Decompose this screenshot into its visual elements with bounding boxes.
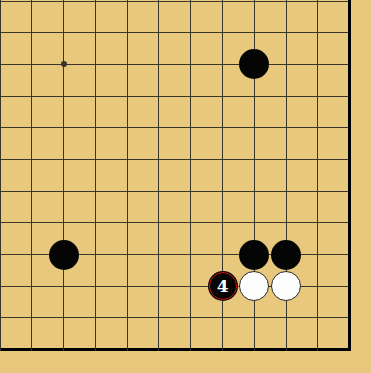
intersection[interactable] bbox=[143, 112, 175, 144]
black-stone[interactable] bbox=[271, 240, 301, 270]
intersection[interactable] bbox=[111, 80, 143, 112]
intersection[interactable] bbox=[48, 144, 80, 176]
intersection[interactable] bbox=[302, 334, 334, 366]
intersection[interactable] bbox=[16, 207, 48, 239]
intersection[interactable] bbox=[302, 207, 334, 239]
intersection[interactable] bbox=[111, 0, 143, 17]
intersection[interactable] bbox=[270, 207, 302, 239]
intersection[interactable] bbox=[16, 239, 48, 271]
intersection[interactable] bbox=[48, 334, 80, 366]
intersection[interactable] bbox=[302, 0, 334, 17]
intersection[interactable] bbox=[80, 239, 112, 271]
intersection[interactable] bbox=[207, 302, 239, 334]
intersection[interactable] bbox=[270, 112, 302, 144]
intersection[interactable] bbox=[334, 334, 366, 366]
intersection[interactable] bbox=[111, 49, 143, 81]
intersection[interactable] bbox=[175, 239, 207, 271]
intersection[interactable] bbox=[334, 112, 366, 144]
intersection[interactable] bbox=[80, 80, 112, 112]
intersection[interactable] bbox=[80, 334, 112, 366]
intersection[interactable] bbox=[0, 239, 16, 271]
intersection[interactable] bbox=[80, 144, 112, 176]
intersection[interactable] bbox=[175, 49, 207, 81]
intersection[interactable] bbox=[238, 112, 270, 144]
intersection[interactable] bbox=[238, 207, 270, 239]
intersection[interactable] bbox=[302, 49, 334, 81]
intersection[interactable] bbox=[111, 270, 143, 302]
intersection[interactable] bbox=[111, 239, 143, 271]
intersection[interactable] bbox=[111, 334, 143, 366]
intersection[interactable] bbox=[270, 239, 302, 271]
intersection[interactable] bbox=[16, 112, 48, 144]
intersection[interactable] bbox=[16, 17, 48, 49]
intersection[interactable] bbox=[238, 80, 270, 112]
intersection[interactable] bbox=[111, 112, 143, 144]
intersection[interactable] bbox=[0, 0, 16, 17]
intersection[interactable] bbox=[302, 144, 334, 176]
intersection[interactable] bbox=[334, 239, 366, 271]
intersection[interactable] bbox=[48, 270, 80, 302]
intersection[interactable] bbox=[0, 49, 16, 81]
intersection[interactable] bbox=[16, 80, 48, 112]
intersection[interactable] bbox=[48, 175, 80, 207]
intersection[interactable] bbox=[16, 302, 48, 334]
intersection[interactable] bbox=[270, 0, 302, 17]
intersection[interactable] bbox=[238, 0, 270, 17]
intersection[interactable] bbox=[175, 80, 207, 112]
intersection[interactable] bbox=[16, 175, 48, 207]
intersection[interactable] bbox=[80, 175, 112, 207]
intersection[interactable] bbox=[111, 175, 143, 207]
intersection[interactable] bbox=[207, 17, 239, 49]
intersection[interactable] bbox=[143, 80, 175, 112]
intersection[interactable] bbox=[302, 239, 334, 271]
intersection[interactable] bbox=[0, 302, 16, 334]
intersection[interactable] bbox=[270, 80, 302, 112]
intersection[interactable] bbox=[0, 80, 16, 112]
intersection[interactable] bbox=[111, 17, 143, 49]
intersection[interactable] bbox=[334, 80, 366, 112]
intersection[interactable] bbox=[48, 207, 80, 239]
intersection[interactable] bbox=[0, 112, 16, 144]
intersection[interactable] bbox=[302, 270, 334, 302]
intersection[interactable] bbox=[0, 334, 16, 366]
intersection[interactable] bbox=[207, 49, 239, 81]
intersection[interactable] bbox=[143, 144, 175, 176]
intersection[interactable] bbox=[207, 112, 239, 144]
intersection[interactable] bbox=[238, 334, 270, 366]
intersection[interactable] bbox=[175, 334, 207, 366]
intersection[interactable] bbox=[143, 270, 175, 302]
intersection[interactable] bbox=[270, 334, 302, 366]
intersection[interactable] bbox=[143, 207, 175, 239]
intersection[interactable] bbox=[143, 175, 175, 207]
intersection[interactable] bbox=[48, 49, 80, 81]
intersection[interactable] bbox=[270, 49, 302, 81]
intersection[interactable] bbox=[16, 144, 48, 176]
intersection[interactable] bbox=[207, 144, 239, 176]
intersection[interactable] bbox=[80, 207, 112, 239]
intersection[interactable] bbox=[48, 17, 80, 49]
intersection[interactable] bbox=[143, 334, 175, 366]
intersection[interactable] bbox=[238, 144, 270, 176]
intersection[interactable] bbox=[16, 0, 48, 17]
intersection[interactable] bbox=[334, 270, 366, 302]
intersection[interactable] bbox=[334, 207, 366, 239]
intersection[interactable] bbox=[270, 302, 302, 334]
intersection[interactable] bbox=[111, 207, 143, 239]
intersection[interactable] bbox=[207, 175, 239, 207]
intersection[interactable] bbox=[334, 144, 366, 176]
intersection[interactable] bbox=[302, 17, 334, 49]
intersection[interactable] bbox=[16, 270, 48, 302]
intersection[interactable] bbox=[238, 302, 270, 334]
intersection[interactable] bbox=[175, 175, 207, 207]
intersection[interactable] bbox=[207, 334, 239, 366]
intersection[interactable] bbox=[48, 0, 80, 17]
intersection[interactable] bbox=[48, 302, 80, 334]
intersection[interactable] bbox=[175, 207, 207, 239]
intersection[interactable] bbox=[334, 49, 366, 81]
intersection[interactable] bbox=[0, 17, 16, 49]
intersection[interactable] bbox=[175, 112, 207, 144]
intersection[interactable] bbox=[238, 49, 270, 81]
intersection[interactable] bbox=[302, 80, 334, 112]
intersection[interactable] bbox=[143, 17, 175, 49]
intersection[interactable] bbox=[334, 0, 366, 17]
black-stone[interactable] bbox=[239, 49, 269, 79]
black-stone[interactable] bbox=[49, 240, 79, 270]
intersection[interactable] bbox=[270, 144, 302, 176]
intersection[interactable] bbox=[16, 49, 48, 81]
star-point bbox=[61, 61, 67, 67]
intersection[interactable]: 4 bbox=[207, 270, 239, 302]
intersection[interactable] bbox=[238, 270, 270, 302]
intersection[interactable] bbox=[302, 112, 334, 144]
intersection[interactable] bbox=[0, 270, 16, 302]
intersection[interactable] bbox=[0, 207, 16, 239]
intersection[interactable] bbox=[175, 17, 207, 49]
intersection[interactable] bbox=[80, 17, 112, 49]
white-stone[interactable] bbox=[271, 271, 301, 301]
intersection[interactable] bbox=[302, 175, 334, 207]
intersection[interactable] bbox=[207, 207, 239, 239]
intersection[interactable] bbox=[0, 144, 16, 176]
intersection[interactable] bbox=[80, 302, 112, 334]
intersection[interactable] bbox=[334, 175, 366, 207]
intersection[interactable] bbox=[143, 49, 175, 81]
intersection[interactable] bbox=[238, 17, 270, 49]
go-board-diagram: 4 bbox=[0, 0, 371, 373]
intersection[interactable] bbox=[175, 144, 207, 176]
intersection[interactable] bbox=[80, 49, 112, 81]
black-stone[interactable]: 4 bbox=[208, 271, 238, 301]
intersection[interactable] bbox=[175, 0, 207, 17]
go-board-grid: 4 bbox=[0, 0, 366, 365]
intersection[interactable] bbox=[238, 175, 270, 207]
intersection[interactable] bbox=[334, 302, 366, 334]
intersection[interactable] bbox=[270, 175, 302, 207]
intersection[interactable] bbox=[143, 302, 175, 334]
intersection[interactable] bbox=[111, 144, 143, 176]
intersection[interactable] bbox=[207, 0, 239, 17]
intersection[interactable] bbox=[48, 112, 80, 144]
intersection[interactable] bbox=[238, 239, 270, 271]
intersection[interactable] bbox=[0, 175, 16, 207]
intersection[interactable] bbox=[207, 80, 239, 112]
intersection[interactable] bbox=[175, 270, 207, 302]
intersection[interactable] bbox=[16, 334, 48, 366]
black-stone[interactable] bbox=[239, 240, 269, 270]
intersection[interactable] bbox=[48, 239, 80, 271]
intersection[interactable] bbox=[175, 302, 207, 334]
intersection[interactable] bbox=[270, 17, 302, 49]
intersection[interactable] bbox=[80, 0, 112, 17]
intersection[interactable] bbox=[111, 302, 143, 334]
intersection[interactable] bbox=[334, 17, 366, 49]
intersection[interactable] bbox=[80, 270, 112, 302]
intersection[interactable] bbox=[143, 0, 175, 17]
intersection[interactable] bbox=[80, 112, 112, 144]
intersection[interactable] bbox=[270, 270, 302, 302]
intersection[interactable] bbox=[48, 80, 80, 112]
white-stone[interactable] bbox=[239, 271, 269, 301]
intersection[interactable] bbox=[302, 302, 334, 334]
intersection[interactable] bbox=[207, 239, 239, 271]
intersection[interactable] bbox=[143, 239, 175, 271]
move-number-label: 4 bbox=[217, 278, 229, 295]
